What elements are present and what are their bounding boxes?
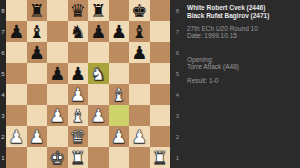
white-bishop-f4[interactable]: ♝: [111, 84, 127, 105]
white-pawn-g2[interactable]: ♟: [131, 126, 147, 147]
white-pawn-e3[interactable]: ♟: [90, 105, 106, 126]
white-pawn-b2[interactable]: ♟: [29, 126, 45, 147]
black-pawn-d5[interactable]: ♟: [70, 63, 86, 84]
chess-game-viewer: 87654321 ♜♛♜♚♟♝♞♟♟♝♟♟♟♟♞♟♝♟♝♟♟♟♛♟♟♚♜♜ 87…: [0, 0, 300, 168]
game-info-panel: 87654321 White Robert Cvek (2446) Black …: [170, 0, 300, 168]
white-bishop-d3[interactable]: ♝: [70, 105, 86, 126]
square-g3[interactable]: [129, 105, 150, 126]
rank-labels-right: 87654321: [170, 0, 185, 168]
white-rook-h1[interactable]: ♜: [152, 147, 168, 168]
square-d2[interactable]: ♛: [68, 126, 89, 147]
square-b2[interactable]: ♟: [27, 126, 48, 147]
square-d7[interactable]: ♞: [68, 21, 89, 42]
square-b3[interactable]: [27, 105, 48, 126]
white-rook-d1[interactable]: ♜: [70, 147, 86, 168]
square-d5[interactable]: ♟: [68, 63, 89, 84]
rank-label-right: 4: [170, 84, 185, 105]
white-pawn-f2[interactable]: ♟: [111, 126, 127, 147]
black-rook-b8[interactable]: ♜: [29, 0, 45, 21]
square-b8[interactable]: ♜: [27, 0, 48, 21]
white-pawn-d4[interactable]: ♟: [70, 84, 86, 105]
square-f6[interactable]: [109, 42, 130, 63]
white-pawn-a2[interactable]: ♟: [8, 126, 24, 147]
square-a3[interactable]: [6, 105, 27, 126]
square-h3[interactable]: [150, 105, 171, 126]
square-h5[interactable]: [150, 63, 171, 84]
square-a1[interactable]: [6, 147, 27, 168]
square-c1[interactable]: ♚: [47, 147, 68, 168]
result-line: Result: 1-0: [187, 77, 296, 84]
black-rook-e8[interactable]: ♜: [90, 0, 106, 21]
square-f4[interactable]: ♝: [109, 84, 130, 105]
white-king-c1[interactable]: ♚: [49, 147, 65, 168]
square-e2[interactable]: [88, 126, 109, 147]
square-g7[interactable]: ♝: [129, 21, 150, 42]
square-a6[interactable]: [6, 42, 27, 63]
square-g4[interactable]: [129, 84, 150, 105]
square-d1[interactable]: ♜: [68, 147, 89, 168]
square-b4[interactable]: [27, 84, 48, 105]
event-line: 27th ECh U20 Round 10: [187, 25, 296, 32]
square-d3[interactable]: ♝: [68, 105, 89, 126]
black-pawn-e7[interactable]: ♟: [90, 21, 106, 42]
square-f8[interactable]: [109, 0, 130, 21]
rank-label-right: 8: [170, 0, 185, 21]
square-h8[interactable]: [150, 0, 171, 21]
square-h7[interactable]: [150, 21, 171, 42]
square-a5[interactable]: [6, 63, 27, 84]
square-e6[interactable]: [88, 42, 109, 63]
square-f1[interactable]: [109, 147, 130, 168]
black-king-g8[interactable]: ♚: [131, 0, 147, 21]
black-knight-d7[interactable]: ♞: [70, 21, 86, 42]
square-f7[interactable]: ♟: [109, 21, 130, 42]
square-b6[interactable]: ♟: [27, 42, 48, 63]
spacer: [187, 70, 296, 77]
square-g6[interactable]: ♟: [129, 42, 150, 63]
rank-label-right: 3: [170, 105, 185, 126]
square-h6[interactable]: [150, 42, 171, 63]
square-e4[interactable]: [88, 84, 109, 105]
black-pawn-c5[interactable]: ♟: [49, 63, 65, 84]
white-pawn-c3[interactable]: ♟: [49, 105, 65, 126]
square-h4[interactable]: [150, 84, 171, 105]
square-c8[interactable]: [47, 0, 68, 21]
square-g2[interactable]: ♟: [129, 126, 150, 147]
black-pawn-g6[interactable]: ♟: [131, 42, 147, 63]
square-e1[interactable]: [88, 147, 109, 168]
square-c7[interactable]: [47, 21, 68, 42]
square-d8[interactable]: ♛: [68, 0, 89, 21]
black-player-line: Black Rufat Bagirov (2471): [187, 12, 296, 20]
black-pawn-f7[interactable]: ♟: [111, 21, 127, 42]
black-queen-d8[interactable]: ♛: [70, 0, 86, 21]
square-a8[interactable]: [6, 0, 27, 21]
square-e5[interactable]: ♞: [88, 63, 109, 84]
square-c4[interactable]: [47, 84, 68, 105]
square-c3[interactable]: ♟: [47, 105, 68, 126]
opening-name: Torre Attack (A48): [187, 63, 296, 70]
square-b7[interactable]: ♝: [27, 21, 48, 42]
square-d6[interactable]: [68, 42, 89, 63]
square-g8[interactable]: ♚: [129, 0, 150, 21]
spacer: [187, 39, 296, 56]
square-a4[interactable]: [6, 84, 27, 105]
square-a7[interactable]: ♟: [6, 21, 27, 42]
square-g5[interactable]: [129, 63, 150, 84]
chess-board: ♜♛♜♚♟♝♞♟♟♝♟♟♟♟♞♟♝♟♝♟♟♟♛♟♟♚♜♜: [6, 0, 170, 168]
rank-label-right: 6: [170, 42, 185, 63]
date-line: Date: 1999.10.15: [187, 32, 296, 39]
square-e7[interactable]: ♟: [88, 21, 109, 42]
square-b5[interactable]: [27, 63, 48, 84]
rank-label-right: 1: [170, 147, 185, 168]
square-h2[interactable]: [150, 126, 171, 147]
black-bishop-g7[interactable]: ♝: [131, 21, 147, 42]
rank-label-right: 2: [170, 126, 185, 147]
square-c6[interactable]: [47, 42, 68, 63]
black-pawn-b6[interactable]: ♟: [29, 42, 45, 63]
square-b1[interactable]: [27, 147, 48, 168]
square-g1[interactable]: [129, 147, 150, 168]
black-pawn-a7[interactable]: ♟: [8, 21, 24, 42]
white-player-line: White Robert Cvek (2446): [187, 4, 296, 12]
rank-label-right: 7: [170, 21, 185, 42]
white-queen-d2[interactable]: ♛: [70, 126, 86, 147]
black-bishop-b7[interactable]: ♝: [29, 21, 45, 42]
square-h1[interactable]: ♜: [150, 147, 171, 168]
square-e8[interactable]: ♜: [88, 0, 109, 21]
square-f3[interactable]: [109, 105, 130, 126]
square-c2[interactable]: [47, 126, 68, 147]
layout: 87654321 ♜♛♜♚♟♝♞♟♟♝♟♟♟♟♞♟♝♟♝♟♟♟♛♟♟♚♜♜ 87…: [0, 0, 300, 168]
square-d4[interactable]: ♟: [68, 84, 89, 105]
square-f5[interactable]: [109, 63, 130, 84]
square-e3[interactable]: ♟: [88, 105, 109, 126]
game-info: White Robert Cvek (2446) Black Rufat Bag…: [185, 0, 300, 168]
opening-label: Opening:: [187, 56, 296, 63]
square-a2[interactable]: ♟: [6, 126, 27, 147]
white-knight-e5[interactable]: ♞: [90, 63, 106, 84]
square-f2[interactable]: ♟: [109, 126, 130, 147]
rank-label-right: 5: [170, 63, 185, 84]
square-c5[interactable]: ♟: [47, 63, 68, 84]
